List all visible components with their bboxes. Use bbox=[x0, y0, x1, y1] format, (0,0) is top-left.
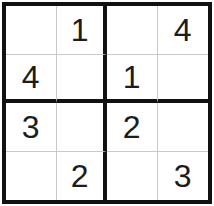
cell-r1c4[interactable]: 4 bbox=[158, 6, 209, 55]
cell-r1c2[interactable]: 1 bbox=[57, 6, 108, 55]
cell-r1c3[interactable] bbox=[107, 6, 158, 55]
cell-r2c2[interactable] bbox=[57, 55, 108, 104]
cell-r4c1[interactable] bbox=[6, 152, 57, 201]
cell-r4c3[interactable] bbox=[107, 152, 158, 201]
cell-r4c2[interactable]: 2 bbox=[57, 152, 108, 201]
cell-r1c1[interactable] bbox=[6, 6, 57, 55]
cell-r3c2[interactable] bbox=[57, 103, 108, 152]
cell-r2c3[interactable]: 1 bbox=[107, 55, 158, 104]
cell-r2c4[interactable] bbox=[158, 55, 209, 104]
sudoku-page: 14413223 bbox=[0, 0, 214, 206]
sudoku-board: 14413223 bbox=[2, 2, 212, 204]
cell-r3c1[interactable]: 3 bbox=[6, 103, 57, 152]
cell-r3c3[interactable]: 2 bbox=[107, 103, 158, 152]
cell-r3c4[interactable] bbox=[158, 103, 209, 152]
cell-r2c1[interactable]: 4 bbox=[6, 55, 57, 104]
cell-r4c4[interactable]: 3 bbox=[158, 152, 209, 201]
